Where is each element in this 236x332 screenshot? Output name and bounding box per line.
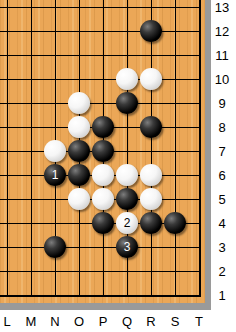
column-label: N (46, 314, 64, 330)
row-label: 9 (209, 96, 235, 112)
grid-line-horizontal (0, 31, 201, 32)
row-label: 2 (209, 264, 235, 280)
grid-line-horizontal (0, 247, 201, 248)
stone-white[interactable] (68, 92, 90, 114)
stone-white[interactable] (140, 68, 162, 90)
stone-black[interactable] (92, 116, 114, 138)
stone-white[interactable] (92, 188, 114, 210)
stone-white[interactable]: 2 (116, 212, 138, 234)
grid-line-vertical (199, 0, 201, 297)
grid-line-horizontal (0, 79, 201, 80)
move-number-label: 3 (124, 241, 131, 253)
column-label: L (0, 314, 16, 330)
column-label: P (94, 314, 112, 330)
column-label: R (142, 314, 160, 330)
column-label: O (70, 314, 88, 330)
row-label: 8 (209, 120, 235, 136)
stone-black[interactable] (116, 92, 138, 114)
stone-black[interactable]: 1 (44, 164, 66, 186)
row-label: 11 (209, 48, 235, 64)
move-number-label: 1 (52, 169, 59, 181)
row-label: 7 (209, 144, 235, 160)
row-label: 3 (209, 240, 235, 256)
column-label: T (190, 314, 208, 330)
stone-black[interactable]: 3 (116, 236, 138, 258)
grid-line-vertical (151, 0, 152, 297)
stone-white[interactable] (92, 164, 114, 186)
grid-line-horizontal (0, 103, 201, 104)
board-edge-shadow-bottom (0, 303, 211, 310)
column-label: Q (118, 314, 136, 330)
stone-white[interactable] (68, 188, 90, 210)
grid-line-horizontal (0, 7, 201, 8)
stone-white[interactable] (44, 140, 66, 162)
grid-line-horizontal (0, 295, 201, 297)
stone-black[interactable] (116, 188, 138, 210)
row-label: 10 (209, 72, 235, 88)
stone-black[interactable] (140, 212, 162, 234)
stone-black[interactable] (140, 20, 162, 42)
row-label: 4 (209, 216, 235, 232)
stone-black[interactable] (164, 212, 186, 234)
column-label: M (22, 314, 40, 330)
row-label: 5 (209, 192, 235, 208)
grid-line-vertical (31, 0, 32, 297)
stone-white[interactable] (116, 164, 138, 186)
stone-white[interactable] (140, 188, 162, 210)
row-label: 1 (209, 288, 235, 304)
stone-black[interactable] (92, 212, 114, 234)
row-label: 6 (209, 168, 235, 184)
grid-line-vertical (7, 0, 8, 297)
stone-white[interactable] (116, 68, 138, 90)
stone-black[interactable] (44, 236, 66, 258)
stone-white[interactable] (140, 164, 162, 186)
stone-black[interactable] (140, 116, 162, 138)
stone-black[interactable] (68, 140, 90, 162)
stone-black[interactable] (92, 140, 114, 162)
grid-line-horizontal (0, 271, 201, 272)
stone-black[interactable] (68, 164, 90, 186)
goban[interactable]: 123 (0, 0, 205, 303)
column-label: S (166, 314, 184, 330)
row-label: 13 (209, 0, 235, 16)
grid-line-vertical (175, 0, 176, 297)
stone-white[interactable] (68, 116, 90, 138)
move-number-label: 2 (124, 217, 131, 229)
grid-line-horizontal (0, 55, 201, 56)
row-label: 12 (209, 24, 235, 40)
go-diagram: 123 LMNOPQRST 13121110987654321 (0, 0, 236, 332)
